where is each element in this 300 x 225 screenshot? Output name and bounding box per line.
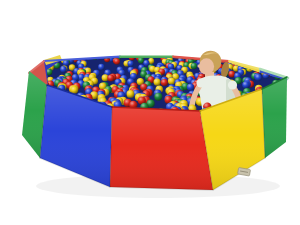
ball-blue: [187, 83, 194, 90]
shade-front-center: [110, 107, 213, 190]
ball-pit-photo: [0, 0, 300, 225]
ball-blue: [60, 66, 67, 73]
child-sleeve-left: [196, 78, 205, 87]
ball-blue: [242, 81, 249, 88]
ball-yellow: [168, 78, 175, 85]
child-nose: [198, 64, 201, 67]
ball-blue: [63, 60, 69, 66]
ball-red: [107, 75, 114, 82]
ball-green: [138, 57, 144, 63]
ball-red: [161, 79, 168, 86]
ball-red: [228, 71, 235, 78]
ball-blue: [255, 74, 262, 81]
ball-blue: [128, 61, 134, 67]
ball-blue: [98, 64, 104, 70]
ball-green: [154, 93, 162, 101]
ball-green: [191, 63, 197, 69]
child-sleeve-right: [228, 80, 237, 89]
ball-red: [114, 58, 120, 64]
ball-yellow: [126, 90, 134, 98]
ball-blue: [143, 60, 149, 66]
ball-yellow: [154, 79, 161, 86]
scene-canvas: [0, 0, 300, 225]
